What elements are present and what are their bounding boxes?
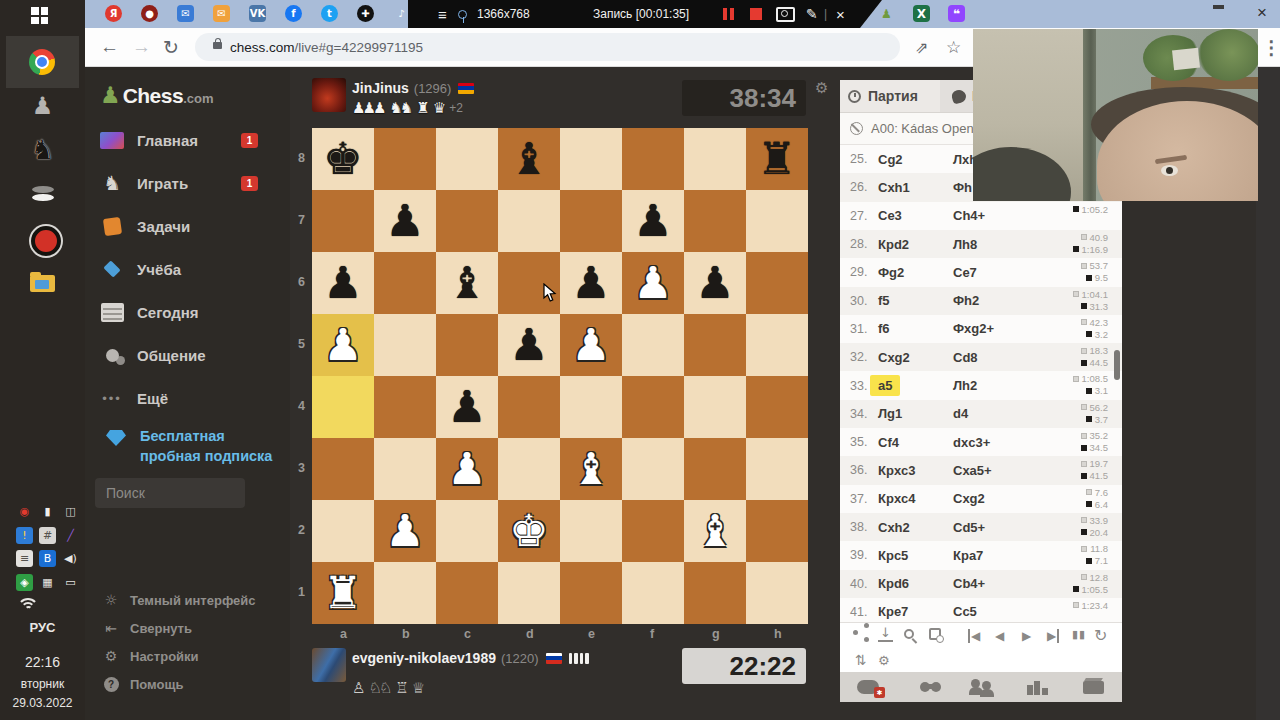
move-row-32[interactable]: 32.Сxg2Сd818.344.5 [840,343,1122,371]
move-number: 30. [850,294,867,308]
black-time: 44.5 [1081,357,1109,368]
white-time: 56.2 [1081,402,1109,413]
black-move[interactable]: Фh2 [953,293,979,308]
black-move[interactable]: Сb4+ [953,576,985,591]
webcam-object [1172,48,1200,71]
go-to-start-button[interactable]: ◀ [968,629,980,643]
black-move[interactable]: Сc5 [953,604,977,619]
sidebar-item-7[interactable]: •••Ещё [95,380,280,416]
square-c5[interactable] [436,314,498,376]
square-f8[interactable] [622,128,684,190]
videos-icon [1083,681,1104,694]
window-close-icon[interactable]: × [1257,3,1267,23]
square-a4[interactable] [312,376,374,438]
white-clock-icon [1081,263,1087,269]
white-k-piece[interactable]: ♚ [509,500,548,562]
right-dark-strip [1256,67,1280,720]
top-player-name[interactable]: JinJinus [352,80,409,96]
white-move[interactable]: a5 [878,375,900,396]
connection-bars-icon [569,653,589,664]
recorder-resolution: 1366x768 [477,0,530,28]
white-clock-icon [1081,546,1087,552]
white-time: 1:04.1 [1073,289,1108,300]
white-move[interactable]: Крe7 [878,604,908,619]
square-a2[interactable] [312,500,374,562]
square-c8[interactable] [436,128,498,190]
microphone-icon[interactable]: ▮ [39,503,56,520]
move-list-scrollbar[interactable] [1114,350,1120,380]
pen-icon[interactable]: ╱ [62,527,79,544]
lock-icon [213,42,222,49]
board-settings-gear-icon[interactable]: ⚙ [815,79,828,97]
logo-suffix: .com [183,91,213,106]
reload-button[interactable]: ↻ [163,28,179,66]
square-b5[interactable] [374,314,436,376]
gear-icon: ⚙ [98,648,124,664]
square-b6[interactable] [374,252,436,314]
white-b-piece[interactable]: ♝ [695,500,734,562]
black-p-piece[interactable]: ♟ [633,190,672,252]
top-captured-pieces: ♟♟♟♞♞♜♛+2 [352,99,463,117]
bookmark-star-icon[interactable]: ☆ [946,28,961,66]
white-b-piece[interactable]: ♝ [571,438,610,500]
move-number: 35. [850,435,867,449]
flip-board-icon[interactable]: ⇅ [855,652,867,668]
hand-tab-icon [951,88,968,104]
players-tab[interactable] [953,672,1009,702]
white-time: 1:08.5 [1073,373,1108,384]
square-c3[interactable]: ♟ [436,438,498,500]
square-h1[interactable] [746,562,808,624]
black-b-piece[interactable]: ♝ [447,252,486,314]
webcam-eye [1161,165,1178,176]
sidebar-item-5[interactable]: Сегодня [95,294,280,330]
square-c1[interactable] [436,562,498,624]
file-label-b: b [402,627,410,641]
notification-badge: 1 [241,133,258,148]
bookmark-red-app-icon[interactable]: ● [141,5,158,22]
white-move[interactable]: Сxh2 [878,520,910,535]
black-p-piece[interactable]: ♟ [385,190,424,252]
black-p-piece[interactable]: ♟ [447,376,486,438]
move-times: 18.344.5 [1081,345,1109,368]
move-times: 1:04.131.3 [1073,289,1108,312]
share-game-icon[interactable] [853,630,858,635]
white-move[interactable]: f6 [878,321,890,336]
clock-tab-icon [848,90,861,103]
white-move[interactable]: Крd2 [878,237,909,252]
chess-knight-app-icon[interactable]: ♞ [0,134,85,165]
move-row-39[interactable]: 39.Крc5Крa711.87.1 [840,541,1122,569]
recorder-menu-icon[interactable]: ≡ [438,0,447,28]
black-clock-icon [1073,586,1079,592]
captured-black-pieces: ♘♘ [368,679,389,697]
white-time: 40.9 [1081,232,1109,243]
recorder-screenshot-button[interactable] [776,0,795,28]
black-time: 9.5 [1086,272,1108,283]
camera-icon[interactable]: ◫ [62,503,79,520]
file-label-f: f [650,627,654,641]
sidebar-footer-label: Свернуть [130,621,192,636]
avatar-bottom-player[interactable] [312,648,346,682]
sidebar-footer-2[interactable]: ⇤Свернуть [98,614,278,642]
square-e3[interactable]: ♝ [560,438,622,500]
sidebar-item-2[interactable]: ♞Играть1 [95,165,280,201]
square-d8[interactable]: ♝ [498,128,560,190]
black-p-piece[interactable]: ♟ [571,252,610,314]
square-e5[interactable]: ♟ [560,314,622,376]
square-c4[interactable]: ♟ [436,376,498,438]
sidebar-footer-3[interactable]: ⚙Настройки [98,642,278,670]
move-number: 28. [850,237,867,251]
news-icon [95,303,129,322]
square-d5[interactable]: ♟ [498,314,560,376]
white-p-piece[interactable]: ♟ [323,314,362,376]
square-f5[interactable] [622,314,684,376]
spectators-tab[interactable] [896,672,952,702]
square-a6[interactable]: ♟ [312,252,374,314]
leaderboard-tab[interactable] [1009,672,1065,702]
screen-recorder-app-icon[interactable] [31,226,61,256]
square-g7[interactable] [684,190,746,252]
recorder-close-button[interactable]: × [836,0,845,28]
move-row-27[interactable]: 27.Се3Сh4+1:05.2 [840,202,1122,230]
forward-button[interactable]: → [132,28,151,66]
sidebar-item-6[interactable]: Общение [95,337,280,373]
move-row-34[interactable]: 34.Лg1d456.23.7 [840,400,1122,428]
move-list[interactable]: 25.Сg2Лxh126.Сxh1Фh27.Се3Сh4+1:05.228.Кр… [840,145,1122,622]
mouse-cursor [543,283,557,303]
share-icon[interactable]: ⇗ [915,28,928,66]
move-row-28[interactable]: 28.Крd2Лh840.91:16.9 [840,230,1122,258]
bookmark-mail-blue-icon[interactable]: ✉ [177,5,194,22]
square-b2[interactable]: ♟ [374,500,436,562]
bookmark-twitter-icon[interactable]: t [321,5,338,22]
sidebar-item-3[interactable]: Задачи [95,208,280,244]
square-d4[interactable] [498,376,560,438]
sidebar-item-label: Задачи [137,218,280,235]
play-knight-icon: ♞ [95,173,129,193]
move-number: 36. [850,463,867,477]
square-g3[interactable] [684,438,746,500]
square-f7[interactable]: ♟ [622,190,684,252]
rank-label-2: 2 [298,523,305,537]
square-h6[interactable] [746,252,808,314]
folder-app-icon[interactable] [30,275,55,292]
square-h8[interactable]: ♜ [746,128,808,190]
wifi-icon[interactable] [17,598,35,611]
black-k-piece[interactable]: ♚ [323,128,362,190]
white-move[interactable]: Крxc3 [878,463,916,478]
rank-label-5: 5 [298,337,305,351]
replay-button[interactable]: ↻ [1094,626,1107,645]
previous-move-button[interactable]: ◀ [995,629,1004,643]
square-e6[interactable]: ♟ [560,252,622,314]
sidebar-item-label: Сегодня [137,304,280,321]
chess-pawn-app-icon[interactable]: ♟ [0,92,85,120]
black-move[interactable]: Сh4+ [953,208,985,223]
black-r-piece[interactable]: ♜ [757,128,796,190]
move-row-40[interactable]: 40.Крd6Сb4+12.81:05.5 [840,570,1122,598]
white-time: 1:23.4 [1073,600,1108,611]
start-menu-icon[interactable] [31,7,48,24]
move-number: 29. [850,265,867,279]
square-c2[interactable] [436,500,498,562]
move-row-30[interactable]: 30.f5Фh21:04.131.3 [840,287,1122,315]
black-move[interactable]: dxc3+ [953,435,990,450]
white-move[interactable]: Сf4 [878,435,899,450]
captured-white-pieces: ♜ [416,99,426,117]
bank-icon[interactable]: ▦ [39,574,56,591]
white-p-piece[interactable]: ♟ [633,252,672,314]
browser-menu-icon[interactable]: ⋮ [1262,28,1280,66]
recorder-pin-icon[interactable] [458,0,464,28]
wallet-icon[interactable]: ◈ [16,574,33,591]
square-d2[interactable]: ♚ [498,500,560,562]
square-a3[interactable] [312,438,374,500]
square-a7[interactable] [312,190,374,252]
square-b1[interactable] [374,562,436,624]
move-times: 1:23.4 [1073,600,1108,611]
square-g4[interactable] [684,376,746,438]
analysis-magnifier-icon[interactable] [904,629,914,639]
recorder-status: Запись [00:01:35] [593,0,689,28]
white-clock-icon [1081,348,1087,354]
file-label-h: h [774,627,782,641]
black-p-piece[interactable]: ♟ [323,252,362,314]
sidebar-item-label: Главная [137,132,241,149]
square-h3[interactable] [746,438,808,500]
bookmark-chesscom-pawn-icon[interactable]: ♟ [878,5,895,22]
move-times: 1:05.2 [1073,204,1108,215]
white-clock-icon [1073,291,1079,297]
bookmark-yandex-icon[interactable]: Я [105,5,122,22]
square-h7[interactable] [746,190,808,252]
videos-tab[interactable] [1066,672,1122,702]
move-row-37[interactable]: 37.Крxc4Сxg27.66.4 [840,485,1122,513]
move-row-41[interactable]: 41.Крe7Сc51:23.4 [840,598,1122,622]
black-move[interactable]: Лh2 [953,378,977,393]
white-p-piece[interactable]: ♟ [447,438,486,500]
sidebar-item-1[interactable]: Главная1 [95,122,280,158]
black-move[interactable]: Крa7 [953,548,983,563]
black-move[interactable]: Сd5+ [953,520,985,535]
black-b-piece[interactable]: ♝ [509,128,548,190]
search-input[interactable]: Поиск [95,478,245,508]
bluetooth-icon[interactable]: B [39,550,56,567]
chess-board[interactable]: ♚♝♜♟♟♟♝♟♟♟♟♟♟♟♟♝♟♚♝♜ [312,128,808,624]
go-to-end-button[interactable]: ▶ [1047,629,1059,643]
move-row-35[interactable]: 35.Сf4dxc3+35.234.5 [840,428,1122,456]
tab-game[interactable]: Партия [848,80,918,112]
square-a5[interactable]: ♟ [312,314,374,376]
back-button[interactable]: ← [100,28,119,66]
white-p-piece[interactable]: ♟ [571,314,610,376]
avatar-top-player[interactable] [312,78,346,112]
black-move[interactable]: Сd8 [953,350,978,365]
black-p-piece[interactable]: ♟ [695,252,734,314]
black-clock-icon [1081,529,1087,535]
white-move[interactable]: Лg1 [878,406,902,421]
board-review-icon[interactable] [929,628,941,640]
square-b7[interactable]: ♟ [374,190,436,252]
black-move[interactable]: Се7 [953,265,977,280]
black-move[interactable]: Лh8 [953,237,977,252]
url-text[interactable]: chess.com/live#g=42299971195 [230,40,423,55]
bookmark-facebook-icon[interactable]: f [285,5,302,22]
recorder-draw-button[interactable]: ✎ [806,0,818,28]
square-d3[interactable] [498,438,560,500]
recorder-pause-button[interactable] [721,0,735,28]
square-b8[interactable] [374,128,436,190]
square-e7[interactable] [560,190,622,252]
square-f2[interactable] [622,500,684,562]
square-g2[interactable]: ♝ [684,500,746,562]
white-time: 7.6 [1086,487,1108,498]
black-clock-icon [1081,303,1087,309]
sidebar-footer-1[interactable]: ☼Темный интерфейс [98,586,278,614]
white-clock-icon [1081,517,1087,523]
bookmark-twitch-icon[interactable]: ❝ [948,5,965,22]
square-e4[interactable] [560,376,622,438]
square-g1[interactable] [684,562,746,624]
checkers-app-icon[interactable] [32,186,54,193]
speaker-icon[interactable]: ◀) [62,550,79,567]
square-a1[interactable]: ♜ [312,562,374,624]
trial-link-line1[interactable]: Бесплатная [140,428,225,444]
settings-gear-icon[interactable]: ⚙ [878,653,890,668]
square-e1[interactable] [560,562,622,624]
white-move[interactable]: Сxg2 [878,350,910,365]
square-g6[interactable]: ♟ [684,252,746,314]
white-move[interactable]: f5 [878,293,890,308]
square-e2[interactable] [560,500,622,562]
square-c7[interactable] [436,190,498,252]
bookmark-tiktok-icon[interactable]: ♪ [393,5,410,22]
square-d1[interactable] [498,562,560,624]
sidebar-item-label: Играть [137,175,241,192]
next-move-button[interactable]: ▶ [1022,629,1031,643]
chesscom-logo[interactable]: ♟ Chess .com [100,82,214,108]
bookmark-excel-icon[interactable]: X [913,5,930,22]
document-icon[interactable]: ≡ [16,550,33,567]
move-times: 35.234.5 [1081,430,1109,453]
rank-label-1: 1 [298,585,305,599]
record-icon[interactable]: ◉ [16,503,33,520]
black-move[interactable]: Сxa5+ [953,463,992,478]
move-row-31[interactable]: 31.f6Фxg2+42.33.2 [840,315,1122,343]
black-move[interactable]: Сxg2 [953,491,985,506]
black-move[interactable]: d4 [953,406,968,421]
white-p-piece[interactable]: ♟ [385,500,424,562]
square-e8[interactable] [560,128,622,190]
move-row-38[interactable]: 38.Сxh2Сd5+33.920.4 [840,513,1122,541]
white-clock-icon [1081,574,1087,580]
white-move[interactable]: Крxc4 [878,491,916,506]
webcam-plant [1198,29,1258,81]
square-f4[interactable] [622,376,684,438]
square-g5[interactable] [684,314,746,376]
square-f1[interactable] [622,562,684,624]
rank-label-6: 6 [298,275,305,289]
square-h2[interactable] [746,500,808,562]
square-d7[interactable] [498,190,560,252]
trial-link-line2[interactable]: пробная подписка [140,448,272,464]
square-b3[interactable] [374,438,436,500]
square-h4[interactable] [746,376,808,438]
square-c6[interactable]: ♝ [436,252,498,314]
black-p-piece[interactable]: ♟ [509,314,548,376]
white-move[interactable]: Фg2 [878,265,904,280]
captured-black-pieces: ♙ [352,679,362,697]
white-move[interactable]: Крd6 [878,576,909,591]
move-row-36[interactable]: 36.Крxc3Сxa5+19.741.5 [840,456,1122,484]
bottom-player-rating: (1220) [501,651,539,666]
square-a8[interactable]: ♚ [312,128,374,190]
chrome-icon[interactable] [29,49,55,75]
black-move[interactable]: Фh [953,180,972,195]
square-g8[interactable] [684,128,746,190]
sidebar-footer-4[interactable]: ?Помощь [98,670,278,698]
move-row-33[interactable]: 33.a5Лh21:08.53.1 [840,371,1122,399]
sidebar-footer-label: Помощь [130,677,183,692]
white-time: 11.8 [1081,543,1108,554]
panel-bottom-tabs [840,672,1122,702]
square-f6[interactable]: ♟ [622,252,684,314]
square-f3[interactable] [622,438,684,500]
sidebar-footer-label: Темный интерфейс [130,593,256,608]
white-move[interactable]: Сxh1 [878,180,910,195]
download-icon[interactable]: ↓ [878,627,893,642]
highlighted-move: a5 [870,375,900,396]
bottom-player-name[interactable]: evgeniy-nikolaev1989 [352,650,496,666]
shield-icon[interactable]: ! [16,527,33,544]
white-move[interactable]: Се3 [878,208,902,223]
white-clock-icon [1081,461,1087,467]
move-times: 19.741.5 [1081,458,1109,481]
white-move[interactable]: Крc5 [878,548,908,563]
bookmark-vk-icon[interactable]: VK [249,5,266,22]
move-number: 38. [850,520,867,534]
move-row-29[interactable]: 29.Фg2Се753.79.5 [840,258,1122,286]
russia-flag-icon [546,653,562,664]
square-h5[interactable] [746,314,808,376]
keyboard-language[interactable]: РУС [0,620,85,635]
black-time: 6.4 [1086,499,1108,510]
white-move[interactable]: Сg2 [878,152,903,167]
bookmark-mail-orange-icon[interactable]: ✉ [213,5,230,22]
recorder-stop-button[interactable] [750,0,762,28]
black-clock-icon [1086,331,1092,337]
pause-autoplay-button[interactable]: ▮▮ [1072,628,1086,641]
bookmark-target-icon[interactable]: ✚ [357,5,374,22]
sidebar-item-4[interactable]: Учёба [95,251,280,287]
keyboard-icon[interactable]: # [39,527,56,544]
black-move[interactable]: Фxg2+ [953,321,994,336]
move-number: 41. [850,605,867,619]
podium-icon [1027,680,1048,695]
notification-badge: 1 [241,176,258,191]
top-player-rating: (1296) [414,81,452,96]
chat-tab[interactable] [840,672,896,702]
rank-label-4: 4 [298,399,305,413]
white-r-piece[interactable]: ♜ [323,562,362,624]
white-time: 19.7 [1081,458,1109,469]
black-time: 3.2 [1086,329,1108,340]
logo-text: Chess [123,84,184,108]
battery-icon[interactable]: ▭ [62,574,79,591]
square-b4[interactable] [374,376,436,438]
